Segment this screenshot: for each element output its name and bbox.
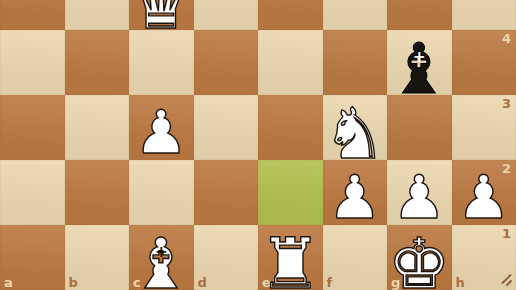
square-d3[interactable] [194, 95, 259, 160]
file-label-d: d [198, 276, 207, 289]
square-d2[interactable] [194, 160, 259, 225]
square-b3[interactable] [65, 95, 130, 160]
white-knight[interactable]: ♞ [323, 99, 388, 169]
square-h1[interactable]: h1 [452, 225, 516, 290]
square-g2[interactable]: ♟ [387, 160, 452, 225]
square-a5[interactable] [0, 0, 65, 30]
white-pawn[interactable]: ♟ [323, 167, 388, 227]
chess-board-viewport: ♛♝+4♟♞3♟♟2♟abc♝+de♜fg♚h1 [0, 0, 516, 290]
square-a1[interactable]: a [0, 225, 65, 290]
chess-board: ♛♝+4♟♞3♟♟2♟abc♝+de♜fg♚h1 [0, 0, 516, 290]
square-e5[interactable] [258, 0, 323, 30]
square-b5[interactable] [65, 0, 130, 30]
resize-grip-icon[interactable] [500, 274, 514, 287]
rank-label-3: 3 [502, 97, 511, 110]
square-g5[interactable] [387, 0, 452, 30]
square-f5[interactable] [323, 0, 388, 30]
square-e4[interactable] [258, 30, 323, 95]
square-h5[interactable] [452, 0, 516, 30]
file-label-f: f [327, 276, 333, 289]
square-g4[interactable]: ♝+ [387, 30, 452, 95]
white-pawn[interactable]: ♟ [387, 167, 452, 227]
bishop-cross-detail: + [387, 50, 452, 65]
bishop-cross-detail: + [129, 245, 194, 260]
square-c1[interactable]: c♝+ [129, 225, 194, 290]
square-f3[interactable]: ♞ [323, 95, 388, 160]
file-label-b: b [69, 276, 78, 289]
white-pawn[interactable]: ♟ [452, 167, 516, 227]
black-bishop[interactable]: ♝ [387, 34, 452, 104]
white-queen[interactable]: ♛ [129, 0, 194, 39]
square-b1[interactable]: b [65, 225, 130, 290]
square-f2[interactable]: ♟ [323, 160, 388, 225]
square-g1[interactable]: g♚ [387, 225, 452, 290]
file-label-h: h [456, 276, 465, 289]
square-a4[interactable] [0, 30, 65, 95]
square-h4[interactable]: 4 [452, 30, 516, 95]
square-e1[interactable]: e♜ [258, 225, 323, 290]
square-e3[interactable] [258, 95, 323, 160]
square-c5[interactable]: ♛ [129, 0, 194, 30]
square-e2[interactable] [258, 160, 323, 225]
file-label-a: a [4, 276, 13, 289]
square-d4[interactable] [194, 30, 259, 95]
square-f1[interactable]: f [323, 225, 388, 290]
square-d1[interactable]: d [194, 225, 259, 290]
white-king[interactable]: ♚ [387, 229, 452, 290]
square-a2[interactable] [0, 160, 65, 225]
square-h2[interactable]: 2♟ [452, 160, 516, 225]
white-rook[interactable]: ♜ [258, 229, 323, 290]
square-c2[interactable] [129, 160, 194, 225]
square-a3[interactable] [0, 95, 65, 160]
square-c3[interactable]: ♟ [129, 95, 194, 160]
square-h3[interactable]: 3 [452, 95, 516, 160]
square-f4[interactable] [323, 30, 388, 95]
rank-label-4: 4 [502, 32, 511, 45]
white-pawn[interactable]: ♟ [129, 102, 194, 162]
square-b2[interactable] [65, 160, 130, 225]
square-b4[interactable] [65, 30, 130, 95]
square-d5[interactable] [194, 0, 259, 30]
